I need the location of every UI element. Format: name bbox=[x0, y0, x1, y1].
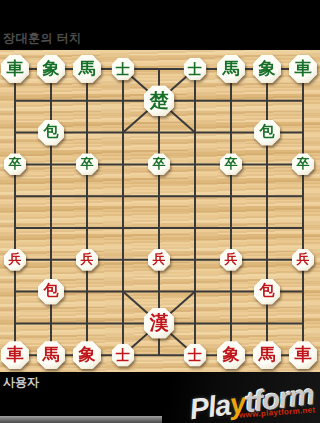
guard-glyph: 士 bbox=[116, 347, 130, 361]
piece-cho-soldier[interactable]: 卒 bbox=[148, 153, 170, 175]
soldier-glyph: 卒 bbox=[9, 157, 22, 170]
soldier-glyph: 兵 bbox=[9, 252, 22, 265]
piece-han-cannon[interactable]: 包 bbox=[38, 279, 64, 305]
piece-cho-cannon[interactable]: 包 bbox=[254, 120, 280, 146]
piece-han-elephant[interactable]: 象 bbox=[217, 341, 245, 369]
king-glyph: 楚 bbox=[150, 90, 169, 109]
playtform-watermark: Playtform www.playtform.net bbox=[148, 375, 318, 419]
soldier-glyph: 兵 bbox=[81, 252, 94, 265]
piece-han-chariot[interactable]: 車 bbox=[289, 341, 317, 369]
cannon-glyph: 包 bbox=[260, 124, 275, 139]
piece-han-guard[interactable]: 士 bbox=[184, 344, 207, 367]
horse-glyph: 馬 bbox=[43, 346, 60, 363]
piece-han-guard[interactable]: 士 bbox=[112, 344, 135, 367]
chariot-glyph: 車 bbox=[7, 60, 24, 77]
soldier-glyph: 兵 bbox=[153, 252, 166, 265]
status-bar: 사용자 Playtform www.playtform.net bbox=[0, 372, 320, 423]
piece-han-king[interactable]: 漢 bbox=[144, 308, 175, 339]
piece-cho-guard[interactable]: 士 bbox=[184, 58, 207, 81]
piece-han-soldier[interactable]: 兵 bbox=[292, 249, 314, 271]
piece-cho-elephant[interactable]: 象 bbox=[253, 55, 281, 83]
piece-han-soldier[interactable]: 兵 bbox=[148, 249, 170, 271]
chariot-glyph: 車 bbox=[7, 346, 24, 363]
piece-han-horse[interactable]: 馬 bbox=[253, 341, 281, 369]
soldier-glyph: 兵 bbox=[297, 252, 310, 265]
piece-han-soldier[interactable]: 兵 bbox=[76, 249, 98, 271]
title-bar: 장대훈의 터치 bbox=[0, 0, 320, 50]
guard-glyph: 士 bbox=[116, 61, 130, 75]
guard-glyph: 士 bbox=[188, 347, 202, 361]
soldier-glyph: 卒 bbox=[81, 157, 94, 170]
horse-glyph: 馬 bbox=[223, 60, 240, 77]
piece-han-chariot[interactable]: 車 bbox=[1, 341, 29, 369]
app-window: 장대훈의 터치 車象馬士士馬象車楚包包卒卒卒卒卒兵兵兵兵兵包包漢車馬象士士象馬車… bbox=[0, 0, 320, 423]
guard-glyph: 士 bbox=[188, 61, 202, 75]
piece-han-horse[interactable]: 馬 bbox=[37, 341, 65, 369]
cannon-glyph: 包 bbox=[44, 124, 59, 139]
piece-han-cannon[interactable]: 包 bbox=[254, 279, 280, 305]
game-title: 장대훈의 터치 bbox=[3, 30, 82, 47]
cannon-glyph: 包 bbox=[44, 283, 59, 298]
piece-cho-horse[interactable]: 馬 bbox=[73, 55, 101, 83]
soldier-glyph: 兵 bbox=[225, 252, 238, 265]
piece-han-soldier[interactable]: 兵 bbox=[4, 249, 26, 271]
janggi-board[interactable]: 車象馬士士馬象車楚包包卒卒卒卒卒兵兵兵兵兵包包漢車馬象士士象馬車 bbox=[0, 50, 320, 372]
cannon-glyph: 包 bbox=[260, 283, 275, 298]
piece-han-elephant[interactable]: 象 bbox=[73, 341, 101, 369]
horse-glyph: 馬 bbox=[259, 346, 276, 363]
soldier-glyph: 卒 bbox=[225, 157, 238, 170]
soldier-glyph: 卒 bbox=[297, 157, 310, 170]
piece-cho-cannon[interactable]: 包 bbox=[38, 120, 64, 146]
piece-cho-soldier[interactable]: 卒 bbox=[292, 153, 314, 175]
piece-cho-soldier[interactable]: 卒 bbox=[76, 153, 98, 175]
piece-cho-elephant[interactable]: 象 bbox=[37, 55, 65, 83]
piece-cho-soldier[interactable]: 卒 bbox=[220, 153, 242, 175]
piece-cho-chariot[interactable]: 車 bbox=[1, 55, 29, 83]
footer-gray-bar bbox=[0, 416, 162, 423]
piece-cho-king[interactable]: 楚 bbox=[144, 85, 175, 116]
elephant-glyph: 象 bbox=[79, 346, 96, 363]
piece-han-soldier[interactable]: 兵 bbox=[220, 249, 242, 271]
piece-cho-guard[interactable]: 士 bbox=[112, 58, 135, 81]
elephant-glyph: 象 bbox=[259, 60, 276, 77]
player-name-label: 사용자 bbox=[3, 374, 39, 391]
soldier-glyph: 卒 bbox=[153, 157, 166, 170]
piece-cho-chariot[interactable]: 車 bbox=[289, 55, 317, 83]
piece-cho-horse[interactable]: 馬 bbox=[217, 55, 245, 83]
chariot-glyph: 車 bbox=[295, 346, 312, 363]
king-glyph: 漢 bbox=[150, 313, 169, 332]
horse-glyph: 馬 bbox=[79, 60, 96, 77]
elephant-glyph: 象 bbox=[43, 60, 60, 77]
chariot-glyph: 車 bbox=[295, 60, 312, 77]
piece-cho-soldier[interactable]: 卒 bbox=[4, 153, 26, 175]
elephant-glyph: 象 bbox=[223, 346, 240, 363]
